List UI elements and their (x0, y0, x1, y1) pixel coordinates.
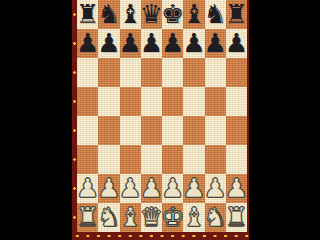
square-d2[interactable]: ♟ (141, 174, 162, 203)
square-h7[interactable]: ♟ (226, 29, 247, 58)
square-d3[interactable] (141, 145, 162, 174)
square-e3[interactable] (162, 145, 183, 174)
square-h5[interactable] (226, 87, 247, 116)
square-g2[interactable]: ♟ (205, 174, 226, 203)
square-f1[interactable]: ♝ (183, 203, 204, 232)
piece-black-pawn[interactable]: ♟ (120, 29, 141, 58)
chess-app-screen: ♜♞♝♛♚♝♞♜♟♟♟♟♟♟♟♟♟♟♟♟♟♟♟♟♜♞♝♛♚♝♞♜ (0, 0, 320, 240)
square-f2[interactable]: ♟ (183, 174, 204, 203)
square-e4[interactable] (162, 116, 183, 145)
square-a4[interactable] (77, 116, 98, 145)
square-g3[interactable] (205, 145, 226, 174)
square-a2[interactable]: ♟ (77, 174, 98, 203)
square-e5[interactable] (162, 87, 183, 116)
piece-white-knight[interactable]: ♞ (205, 203, 226, 232)
piece-black-pawn[interactable]: ♟ (98, 29, 119, 58)
square-b3[interactable] (98, 145, 119, 174)
square-g5[interactable] (205, 87, 226, 116)
piece-white-pawn[interactable]: ♟ (183, 174, 204, 203)
square-f8[interactable]: ♝ (183, 0, 204, 29)
piece-white-pawn[interactable]: ♟ (98, 174, 119, 203)
piece-white-pawn[interactable]: ♟ (205, 174, 226, 203)
square-f3[interactable] (183, 145, 204, 174)
square-a7[interactable]: ♟ (77, 29, 98, 58)
piece-black-pawn[interactable]: ♟ (183, 29, 204, 58)
square-e6[interactable] (162, 58, 183, 87)
square-e1[interactable]: ♚ (162, 203, 183, 232)
square-h4[interactable] (226, 116, 247, 145)
square-b8[interactable]: ♞ (98, 0, 119, 29)
square-a5[interactable] (77, 87, 98, 116)
square-f7[interactable]: ♟ (183, 29, 204, 58)
square-b1[interactable]: ♞ (98, 203, 119, 232)
square-e8[interactable]: ♚ (162, 0, 183, 29)
square-f5[interactable] (183, 87, 204, 116)
piece-white-pawn[interactable]: ♟ (141, 174, 162, 203)
square-g8[interactable]: ♞ (205, 0, 226, 29)
square-c8[interactable]: ♝ (120, 0, 141, 29)
square-e2[interactable]: ♟ (162, 174, 183, 203)
square-a8[interactable]: ♜ (77, 0, 98, 29)
square-c3[interactable] (120, 145, 141, 174)
piece-black-pawn[interactable]: ♟ (205, 29, 226, 58)
square-a3[interactable] (77, 145, 98, 174)
piece-white-pawn[interactable]: ♟ (77, 174, 98, 203)
chess-board: ♜♞♝♛♚♝♞♜♟♟♟♟♟♟♟♟♟♟♟♟♟♟♟♟♜♞♝♛♚♝♞♜ (77, 0, 247, 232)
square-c2[interactable]: ♟ (120, 174, 141, 203)
square-e7[interactable]: ♟ (162, 29, 183, 58)
square-d5[interactable] (141, 87, 162, 116)
square-c7[interactable]: ♟ (120, 29, 141, 58)
square-b4[interactable] (98, 116, 119, 145)
square-c6[interactable] (120, 58, 141, 87)
square-g6[interactable] (205, 58, 226, 87)
square-g1[interactable]: ♞ (205, 203, 226, 232)
piece-black-bishop[interactable]: ♝ (183, 0, 204, 29)
square-h6[interactable] (226, 58, 247, 87)
piece-white-bishop[interactable]: ♝ (183, 203, 204, 232)
square-d6[interactable] (141, 58, 162, 87)
square-c4[interactable] (120, 116, 141, 145)
piece-white-pawn[interactable]: ♟ (120, 174, 141, 203)
piece-black-pawn[interactable]: ♟ (77, 29, 98, 58)
piece-black-rook[interactable]: ♜ (226, 0, 247, 29)
piece-white-rook[interactable]: ♜ (226, 203, 247, 232)
piece-black-knight[interactable]: ♞ (205, 0, 226, 29)
square-g4[interactable] (205, 116, 226, 145)
piece-black-queen[interactable]: ♛ (141, 0, 162, 29)
piece-white-pawn[interactable]: ♟ (162, 174, 183, 203)
square-b7[interactable]: ♟ (98, 29, 119, 58)
square-b5[interactable] (98, 87, 119, 116)
square-h1[interactable]: ♜ (226, 203, 247, 232)
square-g7[interactable]: ♟ (205, 29, 226, 58)
piece-black-pawn[interactable]: ♟ (226, 29, 247, 58)
piece-black-king[interactable]: ♚ (162, 0, 183, 29)
piece-white-queen[interactable]: ♛ (141, 203, 162, 232)
square-f4[interactable] (183, 116, 204, 145)
square-a6[interactable] (77, 58, 98, 87)
square-d8[interactable]: ♛ (141, 0, 162, 29)
piece-black-knight[interactable]: ♞ (98, 0, 119, 29)
square-b2[interactable]: ♟ (98, 174, 119, 203)
square-h8[interactable]: ♜ (226, 0, 247, 29)
square-c5[interactable] (120, 87, 141, 116)
square-b6[interactable] (98, 58, 119, 87)
piece-white-bishop[interactable]: ♝ (120, 203, 141, 232)
piece-black-rook[interactable]: ♜ (77, 0, 98, 29)
square-c1[interactable]: ♝ (120, 203, 141, 232)
piece-black-bishop[interactable]: ♝ (120, 0, 141, 29)
square-d4[interactable] (141, 116, 162, 145)
piece-black-pawn[interactable]: ♟ (141, 29, 162, 58)
square-h3[interactable] (226, 145, 247, 174)
square-d7[interactable]: ♟ (141, 29, 162, 58)
piece-white-king[interactable]: ♚ (162, 203, 183, 232)
square-f6[interactable] (183, 58, 204, 87)
piece-white-pawn[interactable]: ♟ (226, 174, 247, 203)
square-d1[interactable]: ♛ (141, 203, 162, 232)
square-h2[interactable]: ♟ (226, 174, 247, 203)
square-a1[interactable]: ♜ (77, 203, 98, 232)
piece-white-rook[interactable]: ♜ (77, 203, 98, 232)
frame-bottom-stud-strip (72, 232, 249, 240)
piece-black-pawn[interactable]: ♟ (162, 29, 183, 58)
board-frame: ♜♞♝♛♚♝♞♜♟♟♟♟♟♟♟♟♟♟♟♟♟♟♟♟♜♞♝♛♚♝♞♜ (72, 0, 249, 240)
piece-white-knight[interactable]: ♞ (98, 203, 119, 232)
